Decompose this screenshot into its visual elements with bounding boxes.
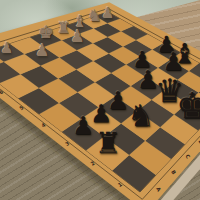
- piece-white-knight-g8[interactable]: ♞: [87, 9, 102, 26]
- piece-white-king-d8[interactable]: ♚: [38, 24, 54, 42]
- piece-black-pawn-a3[interactable]: ♟: [72, 114, 94, 139]
- piece-white-pawn-e7[interactable]: ♟: [70, 28, 85, 44]
- piece-black-king-e1[interactable]: ♚: [176, 87, 200, 123]
- piece-white-pawn-b8[interactable]: ♟: [0, 40, 13, 55]
- piece-white-pawn-c7[interactable]: ♟: [35, 43, 50, 59]
- piece-black-rook-a2[interactable]: ♜: [95, 129, 121, 158]
- piece-white-rook-e8[interactable]: ♜: [56, 20, 70, 36]
- piece-white-pawn-h8[interactable]: ♟: [101, 5, 114, 20]
- chess-photo-scene: 12345678ABCDEFGH ♟♞♝♜♚♟♟♟♟♝♟♟♟♛♟♚♟♞♟♜: [0, 0, 200, 200]
- piece-black-pawn-g3[interactable]: ♟: [163, 49, 185, 74]
- piece-black-knight-c2[interactable]: ♞: [127, 101, 154, 131]
